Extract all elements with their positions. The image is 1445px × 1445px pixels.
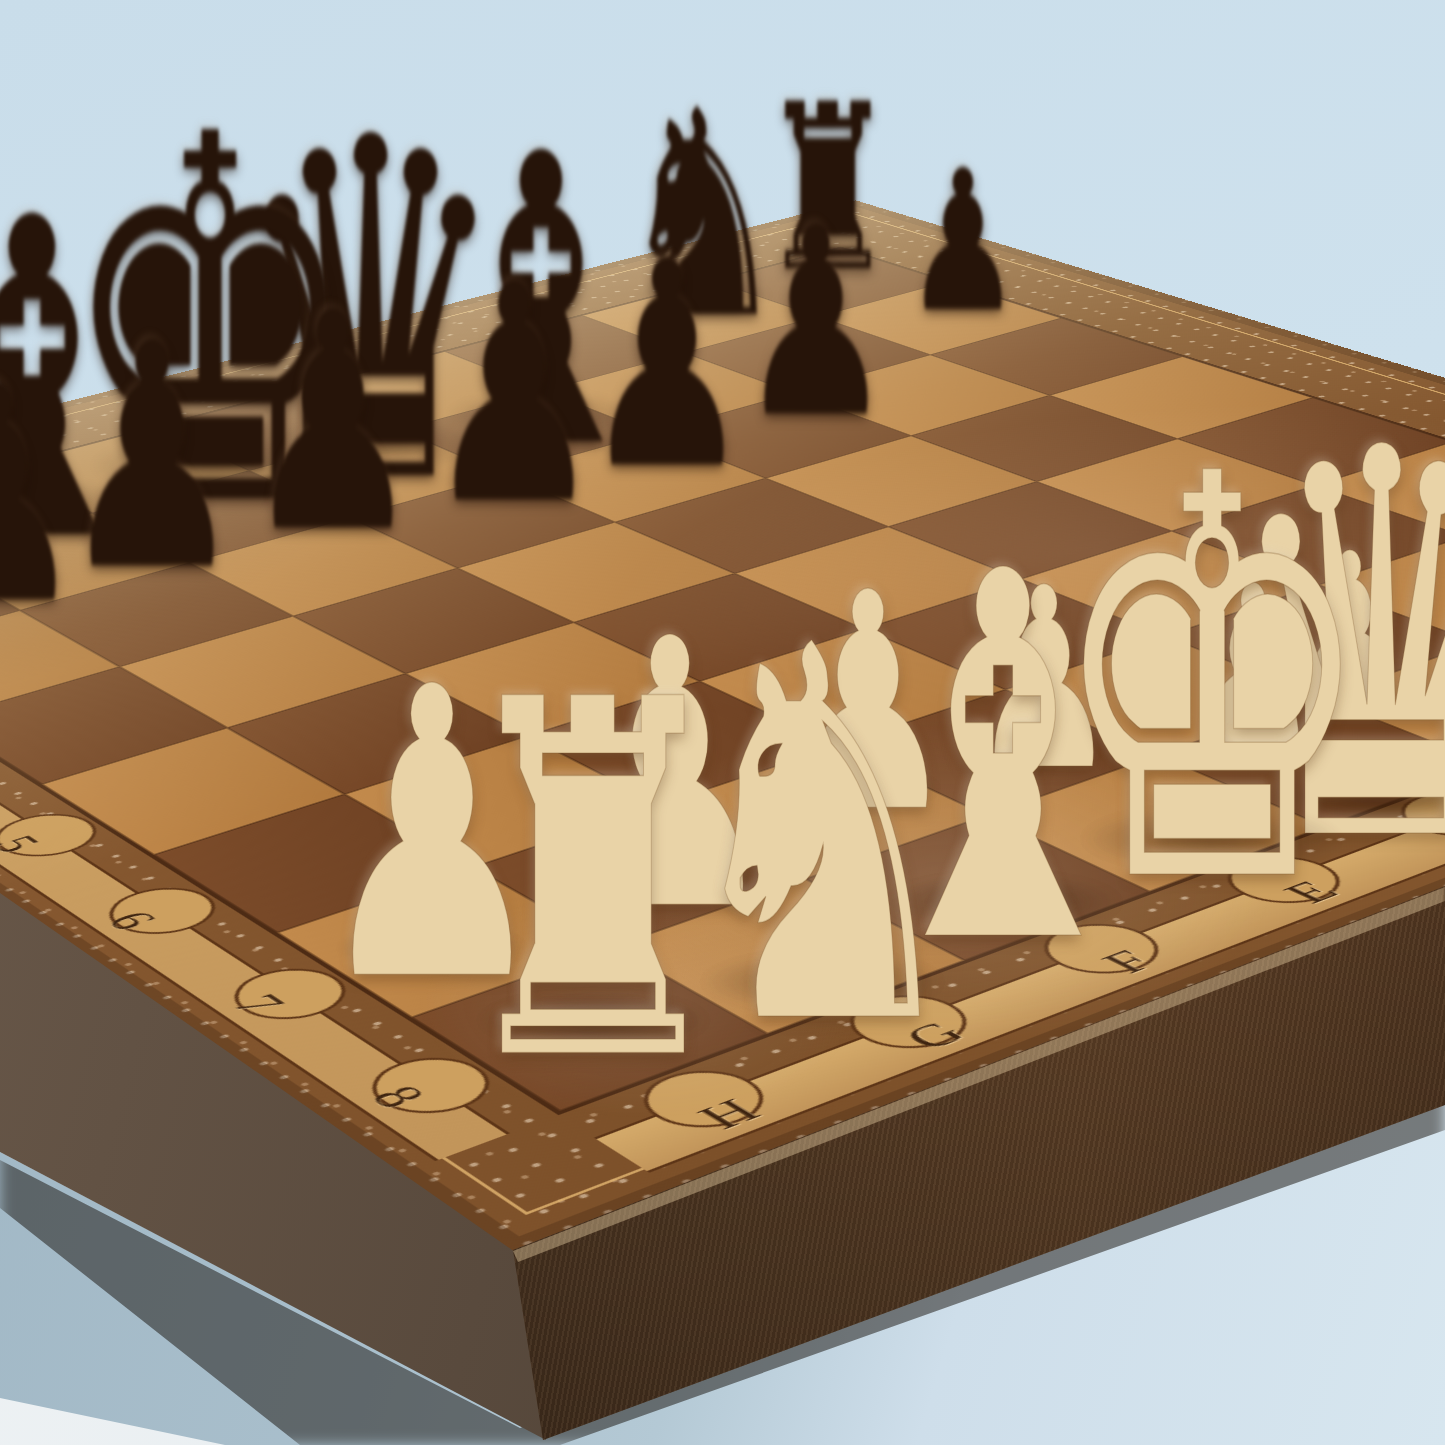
- pieces-layer: ♜♞♟♟♝♟♛♚♟♝♟♟♟♟♟♟♟♛♚♟♝♟♞♜: [0, 0, 1445, 1445]
- photo-stage: HGFEDCBA 12345678 ♜♞♟♟♝♟♛♚♟♝♟♟♟♟♟♟♟♛♚♟♝♟…: [0, 0, 1445, 1445]
- dark-pawn-c2[interactable]: ♟: [583, 223, 752, 508]
- dark-pawn-g2[interactable]: ♟: [0, 346, 85, 646]
- dark-pawn-d2[interactable]: ♟: [425, 246, 603, 546]
- dark-pawn-e2[interactable]: ♟: [244, 274, 422, 574]
- white-rook-h8[interactable]: ♜: [448, 638, 738, 1128]
- dark-pawn-f2[interactable]: ♟: [60, 303, 243, 613]
- dark-pawn-b2[interactable]: ♟: [739, 193, 893, 453]
- dark-pawn-a2[interactable]: ♟: [905, 144, 1020, 339]
